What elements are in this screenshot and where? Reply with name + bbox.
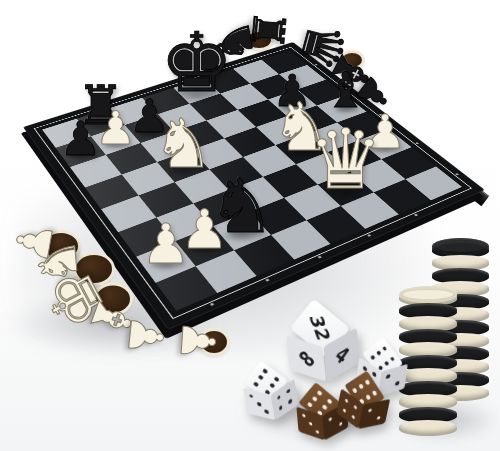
die-pip: [327, 398, 333, 404]
die-pip: [315, 430, 319, 435]
fallen-white-pawn[interactable]: ♟: [174, 319, 223, 363]
die-pip: [368, 409, 373, 413]
piece-white-knight-c5[interactable]: ♞: [153, 110, 214, 178]
die-pip: [258, 375, 264, 381]
die-pip: [372, 390, 378, 396]
checker-top-face-white: [399, 286, 457, 303]
die-pip: [287, 389, 291, 395]
die-pip: [389, 356, 395, 362]
die-pip: [365, 379, 371, 385]
die-pip: [308, 422, 312, 427]
die-pip: [359, 383, 365, 389]
die-pip: [383, 360, 389, 366]
frame-screw-dot: [265, 278, 270, 281]
die-pip: [351, 415, 355, 421]
checker-top-face-black: [432, 238, 489, 255]
die-pip: [353, 405, 357, 411]
die-pip: [274, 376, 280, 382]
die-pip: [352, 387, 358, 393]
die-pip: [376, 350, 382, 356]
frame-screw-dot: [415, 142, 419, 144]
frame-screw-dot: [367, 234, 371, 237]
frame-screw-dot: [455, 173, 459, 175]
die-pip: [317, 390, 323, 396]
piece-black-king-e8[interactable]: ♚: [160, 22, 234, 104]
die-pip: [277, 395, 281, 401]
brown-die-right[interactable]: [332, 368, 397, 436]
die-pip: [344, 398, 348, 404]
chess-set-product-photo: ♞♜♛♝♟♟♞♚♝♟♟♚♟♝♜♟♟♟♞♟♞♛♞♟♟3284: [0, 0, 500, 451]
die-pip: [322, 404, 328, 410]
die-pip: [257, 402, 261, 407]
die-pip: [279, 406, 283, 412]
die-pip: [376, 416, 381, 420]
die-pip: [301, 414, 305, 419]
fallen-white-pawn[interactable]: ♟: [121, 313, 171, 359]
die-pip: [370, 354, 376, 360]
die-pip: [288, 399, 292, 405]
piece-black-pawn-a7[interactable]: ♟: [60, 115, 102, 162]
doubling-cube-number-32: 32: [304, 314, 334, 341]
doubling-cube-number-4: 4: [330, 341, 353, 369]
doubling-cube-number-8: 8: [293, 345, 319, 371]
piece-white-queen-f2[interactable]: ♛: [308, 118, 382, 201]
die-pip: [264, 410, 268, 415]
checker-white: [399, 420, 457, 436]
die-pip: [312, 395, 318, 401]
frame-screw-dot: [414, 214, 418, 217]
die-pip: [366, 394, 372, 400]
die-pip: [381, 345, 387, 351]
frame-screw-dot: [317, 256, 322, 259]
frame-screw-dot: [210, 303, 215, 306]
piece-white-pawn-a2[interactable]: ♟: [141, 218, 190, 273]
die-pip: [263, 368, 269, 374]
die-pip: [270, 383, 276, 389]
die-pip: [249, 395, 253, 400]
die-pip: [307, 401, 313, 407]
die-pip: [254, 381, 260, 387]
die-pip: [342, 408, 346, 414]
